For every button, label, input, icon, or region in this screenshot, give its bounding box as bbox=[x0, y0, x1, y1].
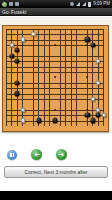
pause-icon bbox=[10, 153, 13, 157]
app-title: Go Fuseki bbox=[2, 9, 27, 15]
star-point bbox=[54, 76, 56, 78]
stone-white bbox=[101, 112, 106, 117]
star-point bbox=[22, 44, 24, 46]
previous-button[interactable]: ➜ bbox=[31, 149, 42, 160]
status-bar: 9:09 PM bbox=[0, 0, 112, 8]
star-point bbox=[86, 76, 88, 78]
app-notification-icon bbox=[2, 2, 7, 7]
feedback-message: Correct. Next 3 months after bbox=[25, 169, 88, 175]
arrow-right-icon: ➜ bbox=[59, 151, 65, 158]
signal-icon bbox=[82, 2, 86, 6]
star-point bbox=[22, 76, 24, 78]
sd-card-icon bbox=[9, 2, 13, 6]
next-button[interactable]: ➜ bbox=[56, 149, 67, 160]
star-point bbox=[54, 44, 56, 46]
go-board[interactable] bbox=[2, 25, 109, 132]
feedback-button[interactable]: Correct. Next 3 months after bbox=[4, 166, 108, 178]
arrow-left-icon: ➜ bbox=[34, 151, 40, 158]
status-left-icons bbox=[2, 2, 70, 7]
wifi-icon bbox=[76, 2, 80, 6]
title-bar: Go Fuseki bbox=[0, 8, 112, 16]
battery-icon bbox=[88, 2, 91, 7]
board-grid bbox=[6, 29, 103, 126]
status-right-icons: 9:09 PM bbox=[70, 0, 110, 8]
board-area bbox=[0, 17, 112, 134]
usb-icon bbox=[15, 2, 19, 6]
vibrate-icon bbox=[70, 2, 74, 6]
star-point bbox=[54, 109, 56, 111]
status-time: 9:09 PM bbox=[93, 0, 110, 8]
pause-button[interactable] bbox=[7, 150, 17, 160]
bottom-bar bbox=[0, 191, 112, 200]
star-point bbox=[86, 44, 88, 46]
star-point bbox=[86, 109, 88, 111]
